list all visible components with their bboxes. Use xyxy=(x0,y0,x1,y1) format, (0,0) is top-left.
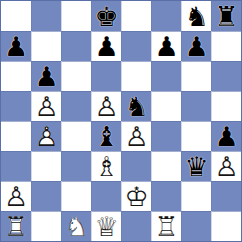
white-pawn-icon[interactable]: ♟♙ xyxy=(32,122,61,151)
square-d7[interactable]: ♟ xyxy=(91,31,121,61)
square-b8[interactable] xyxy=(31,1,61,31)
white-king-icon[interactable]: ♚♔ xyxy=(122,182,151,211)
square-d6[interactable] xyxy=(91,61,121,91)
square-a3[interactable] xyxy=(1,151,31,181)
white-rook-icon[interactable]: ♜♖ xyxy=(1,212,31,241)
white-queen-icon[interactable]: ♛♕ xyxy=(92,212,121,241)
white-pawn-icon[interactable]: ♟♙ xyxy=(92,92,121,121)
black-pawn-icon[interactable]: ♟ xyxy=(212,122,241,151)
square-c6[interactable] xyxy=(61,61,91,91)
square-g4[interactable] xyxy=(181,121,211,151)
square-e8[interactable] xyxy=(121,1,151,31)
black-pawn-icon[interactable]: ♟ xyxy=(32,62,61,91)
square-a2[interactable]: ♟♙ xyxy=(1,181,31,211)
square-c2[interactable] xyxy=(61,181,91,211)
black-queen-icon[interactable]: ♛ xyxy=(182,152,211,181)
square-h6[interactable] xyxy=(211,61,241,91)
square-e4[interactable]: ♟♙ xyxy=(121,121,151,151)
square-b5[interactable]: ♟♙ xyxy=(31,91,61,121)
square-e3[interactable] xyxy=(121,151,151,181)
square-h7[interactable] xyxy=(211,31,241,61)
square-b1[interactable] xyxy=(31,211,61,241)
square-c1[interactable]: ♞♘ xyxy=(61,211,91,241)
square-a5[interactable] xyxy=(1,91,31,121)
square-f3[interactable] xyxy=(151,151,181,181)
black-bishop-icon[interactable]: ♝ xyxy=(92,122,121,151)
square-g8[interactable]: ♞ xyxy=(181,1,211,31)
black-pawn-icon[interactable]: ♟ xyxy=(152,32,181,61)
square-g1[interactable] xyxy=(181,211,211,241)
square-e6[interactable] xyxy=(121,61,151,91)
square-d4[interactable]: ♝ xyxy=(91,121,121,151)
square-h2[interactable] xyxy=(211,181,241,211)
square-h5[interactable] xyxy=(211,91,241,121)
square-a4[interactable] xyxy=(1,121,31,151)
square-d5[interactable]: ♟♙ xyxy=(91,91,121,121)
white-pawn-icon[interactable]: ♟♙ xyxy=(122,122,151,151)
square-g5[interactable] xyxy=(181,91,211,121)
square-a8[interactable] xyxy=(1,1,31,31)
square-e5[interactable]: ♞ xyxy=(121,91,151,121)
square-f1[interactable]: ♜♖ xyxy=(151,211,181,241)
square-f8[interactable] xyxy=(151,1,181,31)
square-b4[interactable]: ♟♙ xyxy=(31,121,61,151)
square-f5[interactable] xyxy=(151,91,181,121)
square-b7[interactable] xyxy=(31,31,61,61)
white-pawn-icon[interactable]: ♟♙ xyxy=(32,92,61,121)
square-g3[interactable]: ♛ xyxy=(181,151,211,181)
white-pawn-icon[interactable]: ♟♙ xyxy=(212,152,241,181)
black-knight-icon[interactable]: ♞ xyxy=(182,1,211,31)
white-knight-icon[interactable]: ♞♘ xyxy=(62,212,91,241)
square-d8[interactable]: ♚ xyxy=(91,1,121,31)
square-c7[interactable] xyxy=(61,31,91,61)
square-d2[interactable] xyxy=(91,181,121,211)
square-b3[interactable] xyxy=(31,151,61,181)
square-e1[interactable] xyxy=(121,211,151,241)
square-b2[interactable] xyxy=(31,181,61,211)
square-f6[interactable] xyxy=(151,61,181,91)
square-d1[interactable]: ♛♕ xyxy=(91,211,121,241)
square-c5[interactable] xyxy=(61,91,91,121)
square-d3[interactable]: ♝♗ xyxy=(91,151,121,181)
square-a6[interactable] xyxy=(1,61,31,91)
square-c4[interactable] xyxy=(61,121,91,151)
black-rook-icon[interactable]: ♜ xyxy=(212,1,241,31)
square-g7[interactable]: ♟ xyxy=(181,31,211,61)
black-king-icon[interactable]: ♚ xyxy=(92,1,121,31)
square-e2[interactable]: ♚♔ xyxy=(121,181,151,211)
square-b6[interactable]: ♟ xyxy=(31,61,61,91)
black-pawn-icon[interactable]: ♟ xyxy=(92,32,121,61)
white-pawn-icon[interactable]: ♟♙ xyxy=(1,182,31,211)
square-f2[interactable] xyxy=(151,181,181,211)
square-a1[interactable]: ♜♖ xyxy=(1,211,31,241)
square-f4[interactable] xyxy=(151,121,181,151)
square-f7[interactable]: ♟ xyxy=(151,31,181,61)
white-bishop-icon[interactable]: ♝♗ xyxy=(92,152,121,181)
square-h3[interactable]: ♟♙ xyxy=(211,151,241,181)
square-e7[interactable] xyxy=(121,31,151,61)
white-rook-icon[interactable]: ♜♖ xyxy=(152,212,181,241)
square-c8[interactable] xyxy=(61,1,91,31)
square-a7[interactable]: ♟ xyxy=(1,31,31,61)
square-g2[interactable] xyxy=(181,181,211,211)
black-pawn-icon[interactable]: ♟ xyxy=(182,32,211,61)
chess-board: ♚♞♜♟♟♟♟♟♟♙♟♙♞♟♙♝♟♙♟♝♗♛♟♙♟♙♚♔♜♖♞♘♛♕♜♖ xyxy=(0,0,242,242)
square-c3[interactable] xyxy=(61,151,91,181)
black-pawn-icon[interactable]: ♟ xyxy=(1,32,31,61)
square-h1[interactable] xyxy=(211,211,241,241)
square-h4[interactable]: ♟ xyxy=(211,121,241,151)
square-g6[interactable] xyxy=(181,61,211,91)
square-h8[interactable]: ♜ xyxy=(211,1,241,31)
black-knight-icon[interactable]: ♞ xyxy=(122,92,151,121)
